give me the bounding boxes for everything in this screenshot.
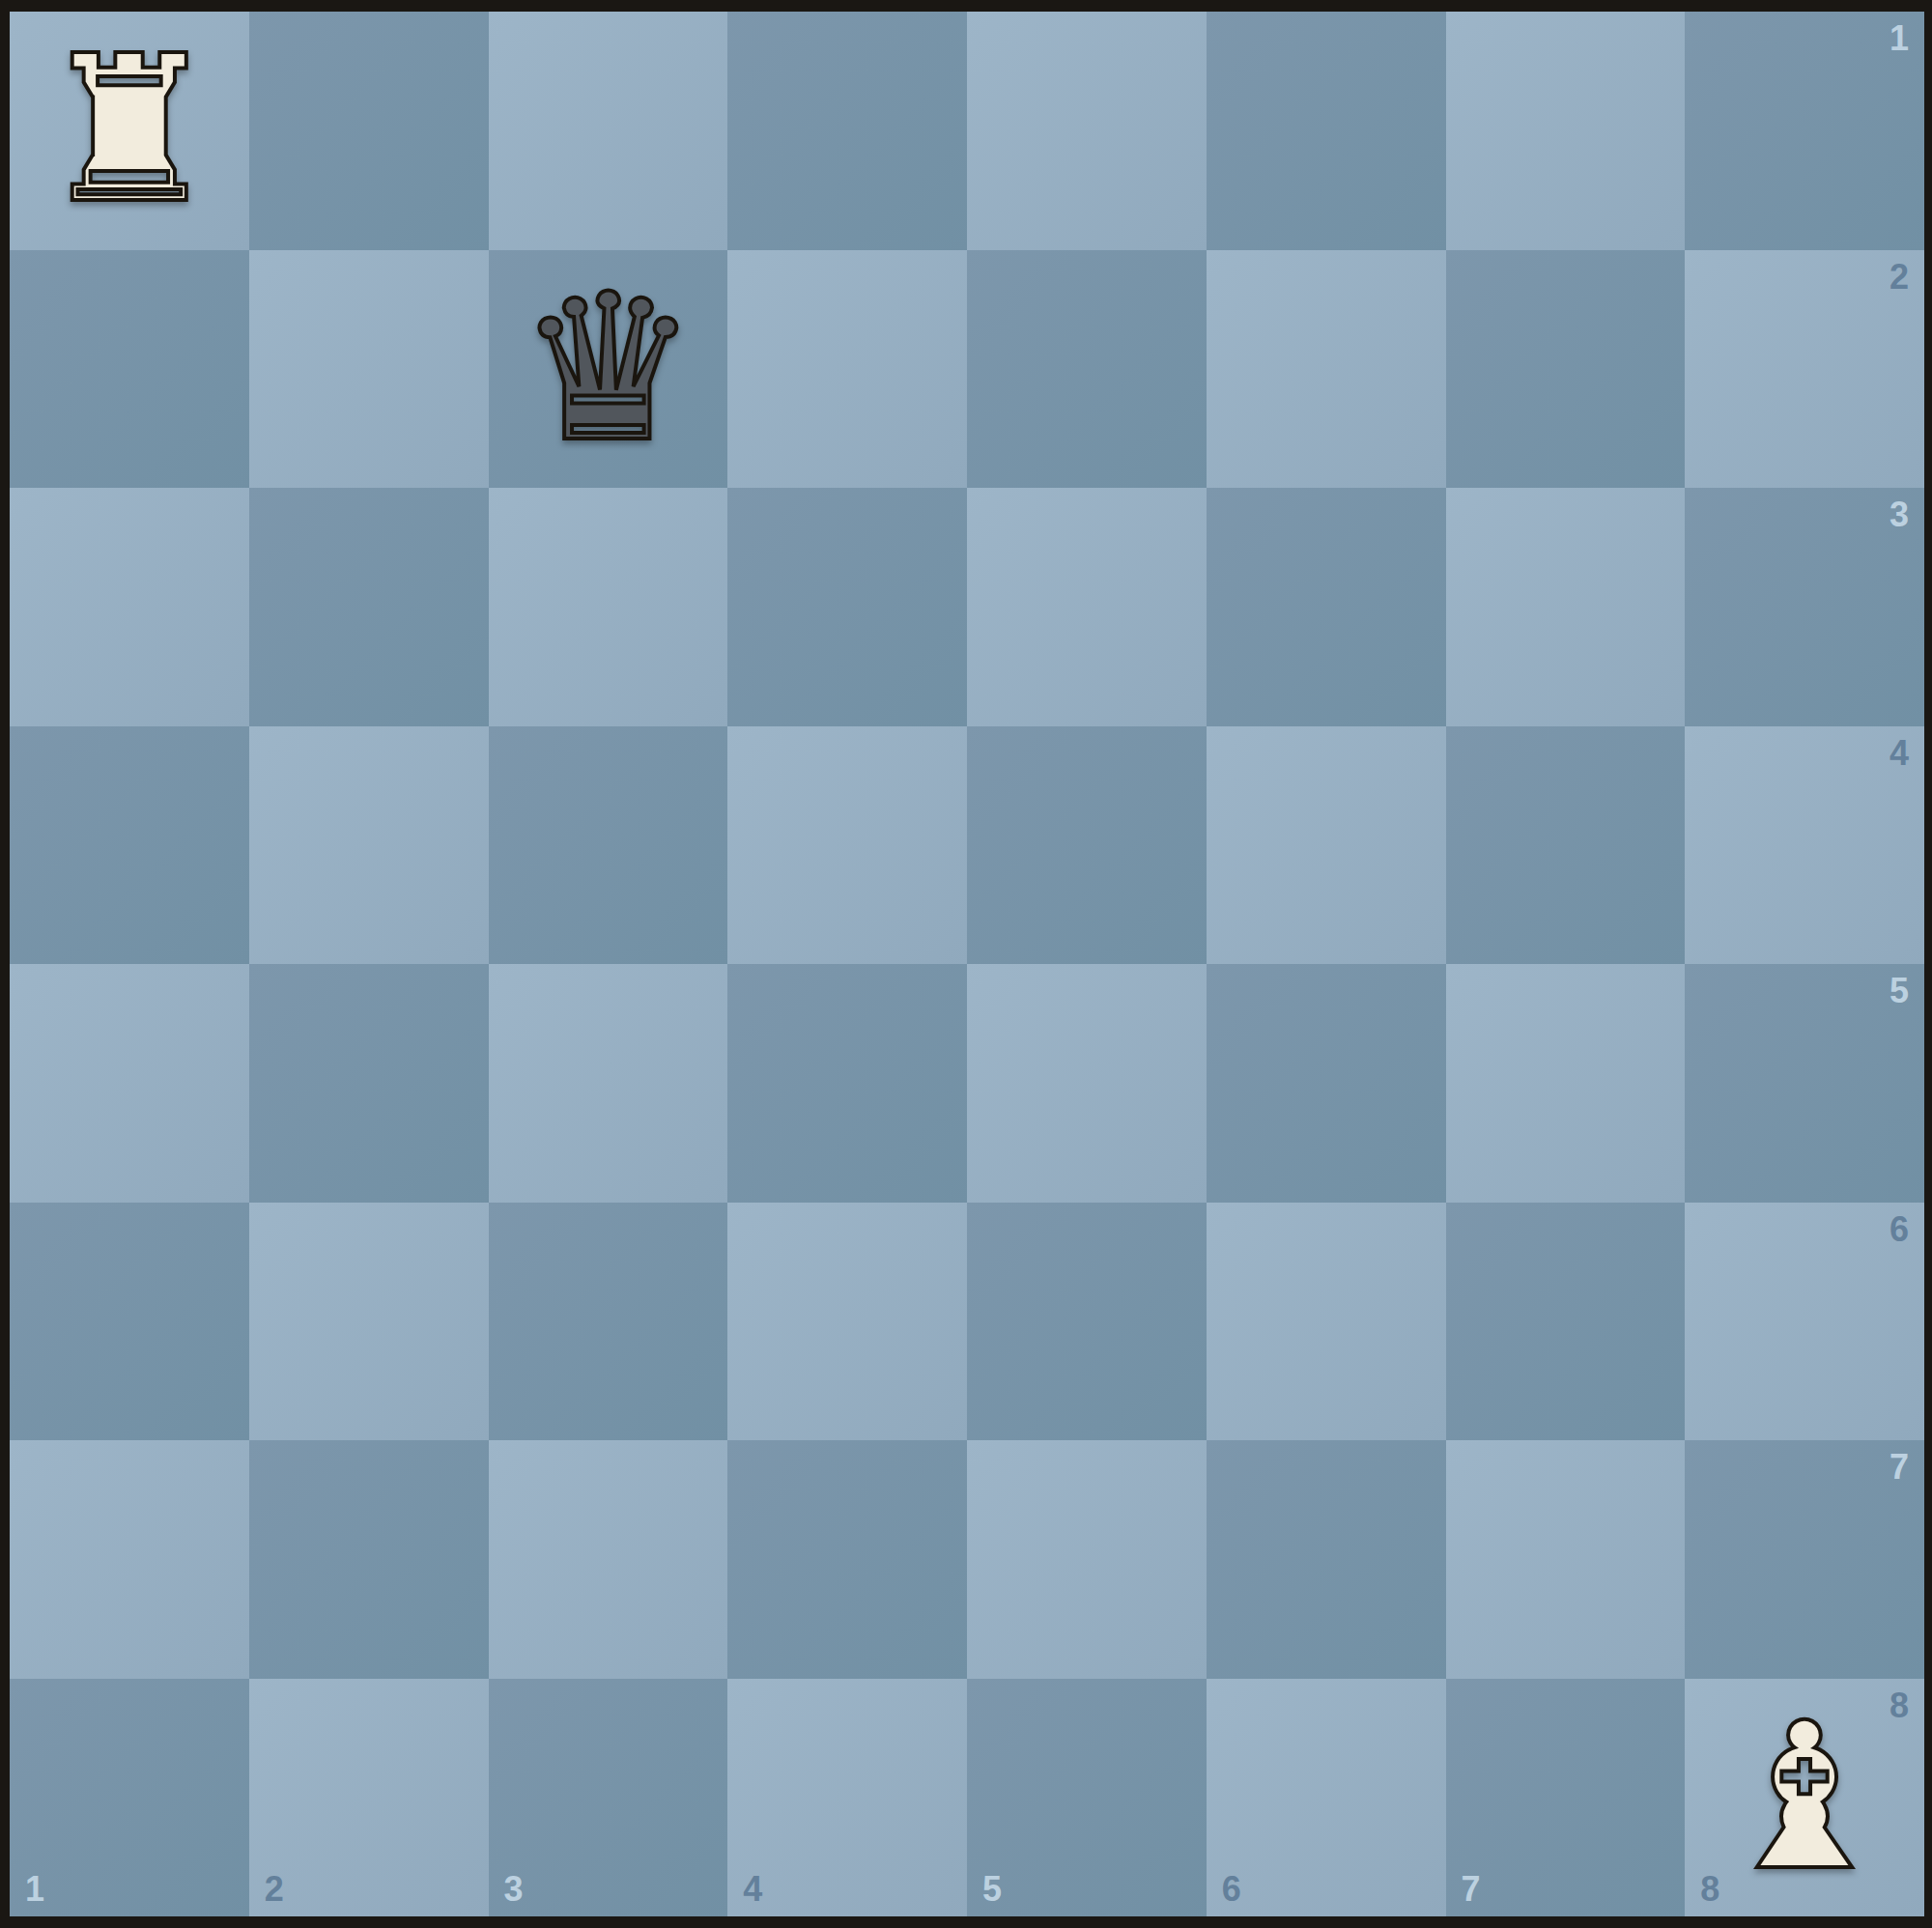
- square-r4c1[interactable]: [10, 726, 249, 965]
- square-r8c8[interactable]: 88♝: [1685, 1679, 1924, 1917]
- square-r6c7[interactable]: [1446, 1203, 1686, 1441]
- square-r5c2[interactable]: [249, 964, 489, 1203]
- square-r8c7[interactable]: 7: [1446, 1679, 1686, 1917]
- square-r3c5[interactable]: [967, 488, 1207, 726]
- square-r5c8[interactable]: 5: [1685, 964, 1924, 1203]
- square-r3c2[interactable]: [249, 488, 489, 726]
- square-r6c4[interactable]: [727, 1203, 967, 1441]
- square-r6c2[interactable]: [249, 1203, 489, 1441]
- rank-label-5: 5: [1889, 974, 1909, 1008]
- square-r2c8[interactable]: 2: [1685, 250, 1924, 489]
- square-r3c6[interactable]: [1207, 488, 1446, 726]
- square-r6c6[interactable]: [1207, 1203, 1446, 1441]
- square-r5c3[interactable]: [489, 964, 728, 1203]
- file-label-5: 5: [982, 1872, 1002, 1907]
- square-r5c7[interactable]: [1446, 964, 1686, 1203]
- file-label-1: 1: [25, 1872, 44, 1907]
- file-label-2: 2: [265, 1872, 284, 1907]
- rank-label-1: 1: [1889, 21, 1909, 56]
- rank-label-2: 2: [1889, 260, 1909, 295]
- file-label-6: 6: [1222, 1872, 1241, 1907]
- square-r7c3[interactable]: [489, 1440, 728, 1679]
- square-r6c8[interactable]: 6: [1685, 1203, 1924, 1441]
- chess-board-frame: ♜1♛234567123456788♝: [0, 0, 1932, 1928]
- file-label-7: 7: [1462, 1872, 1481, 1907]
- square-r4c3[interactable]: [489, 726, 728, 965]
- square-r8c3[interactable]: 3: [489, 1679, 728, 1917]
- square-r7c1[interactable]: [10, 1440, 249, 1679]
- rank-label-3: 3: [1889, 497, 1909, 532]
- square-r6c5[interactable]: [967, 1203, 1207, 1441]
- square-r7c5[interactable]: [967, 1440, 1207, 1679]
- square-r5c4[interactable]: [727, 964, 967, 1203]
- black-queen[interactable]: ♛: [489, 250, 728, 489]
- square-r4c8[interactable]: 4: [1685, 726, 1924, 965]
- rank-label-6: 6: [1889, 1212, 1909, 1247]
- square-r3c3[interactable]: [489, 488, 728, 726]
- board: ♜1♛234567123456788♝: [10, 12, 1924, 1916]
- square-r7c2[interactable]: [249, 1440, 489, 1679]
- white-rook[interactable]: ♜: [10, 12, 249, 250]
- square-r8c2[interactable]: 2: [249, 1679, 489, 1917]
- square-r8c5[interactable]: 5: [967, 1679, 1207, 1917]
- square-r3c7[interactable]: [1446, 488, 1686, 726]
- square-r7c4[interactable]: [727, 1440, 967, 1679]
- square-r1c2[interactable]: [249, 12, 489, 250]
- rank-label-4: 4: [1889, 736, 1909, 771]
- square-r2c4[interactable]: [727, 250, 967, 489]
- square-r4c2[interactable]: [249, 726, 489, 965]
- square-r2c1[interactable]: [10, 250, 249, 489]
- square-r1c5[interactable]: [967, 12, 1207, 250]
- square-r4c5[interactable]: [967, 726, 1207, 965]
- square-r1c6[interactable]: [1207, 12, 1446, 250]
- square-r6c1[interactable]: [10, 1203, 249, 1441]
- square-r2c6[interactable]: [1207, 250, 1446, 489]
- square-r2c5[interactable]: [967, 250, 1207, 489]
- square-r5c1[interactable]: [10, 964, 249, 1203]
- square-r1c1[interactable]: ♜: [10, 12, 249, 250]
- white-bishop[interactable]: ♝: [1685, 1679, 1924, 1917]
- square-r8c4[interactable]: 4: [727, 1679, 967, 1917]
- square-r5c5[interactable]: [967, 964, 1207, 1203]
- square-r6c3[interactable]: [489, 1203, 728, 1441]
- square-r1c7[interactable]: [1446, 12, 1686, 250]
- square-r4c4[interactable]: [727, 726, 967, 965]
- square-r2c7[interactable]: [1446, 250, 1686, 489]
- square-r3c4[interactable]: [727, 488, 967, 726]
- square-r4c7[interactable]: [1446, 726, 1686, 965]
- square-r1c4[interactable]: [727, 12, 967, 250]
- square-r4c6[interactable]: [1207, 726, 1446, 965]
- file-label-4: 4: [743, 1872, 762, 1907]
- square-r7c7[interactable]: [1446, 1440, 1686, 1679]
- square-r3c1[interactable]: [10, 488, 249, 726]
- rank-label-7: 7: [1889, 1450, 1909, 1485]
- square-r7c6[interactable]: [1207, 1440, 1446, 1679]
- square-r2c2[interactable]: [249, 250, 489, 489]
- square-r3c8[interactable]: 3: [1685, 488, 1924, 726]
- square-r2c3[interactable]: ♛: [489, 250, 728, 489]
- square-r5c6[interactable]: [1207, 964, 1446, 1203]
- square-r1c3[interactable]: [489, 12, 728, 250]
- square-r8c6[interactable]: 6: [1207, 1679, 1446, 1917]
- square-r7c8[interactable]: 7: [1685, 1440, 1924, 1679]
- square-r8c1[interactable]: 1: [10, 1679, 249, 1917]
- file-label-3: 3: [504, 1872, 524, 1907]
- square-r1c8[interactable]: 1: [1685, 12, 1924, 250]
